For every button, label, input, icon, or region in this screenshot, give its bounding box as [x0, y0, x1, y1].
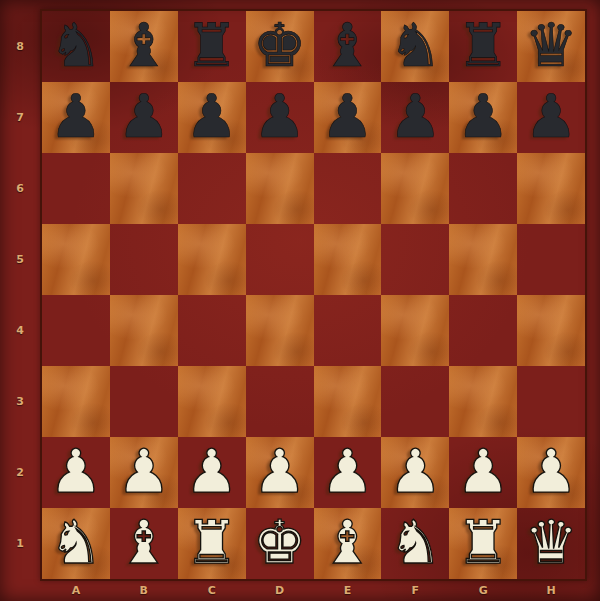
square-b1[interactable]: ♝ — [110, 508, 178, 579]
file-label-b: B — [110, 579, 178, 601]
piece-black-bishop[interactable]: ♝ — [117, 15, 171, 75]
square-g6[interactable] — [449, 153, 517, 224]
rank-label-4: 4 — [0, 295, 42, 366]
square-a6[interactable] — [42, 153, 110, 224]
file-label-e: E — [314, 579, 382, 601]
file-label-g: G — [449, 579, 517, 601]
square-a8[interactable]: ♞ — [42, 11, 110, 82]
square-b3[interactable] — [110, 366, 178, 437]
piece-white-rook[interactable]: ♜ — [185, 512, 239, 572]
square-a5[interactable] — [42, 224, 110, 295]
square-e7[interactable]: ♟ — [314, 82, 382, 153]
square-e6[interactable] — [314, 153, 382, 224]
square-c6[interactable] — [178, 153, 246, 224]
square-d1[interactable]: ♚ — [246, 508, 314, 579]
square-c2[interactable]: ♟ — [178, 437, 246, 508]
square-e4[interactable] — [314, 295, 382, 366]
square-h3[interactable] — [517, 366, 585, 437]
square-h5[interactable] — [517, 224, 585, 295]
square-f5[interactable] — [381, 224, 449, 295]
square-d2[interactable]: ♟ — [246, 437, 314, 508]
piece-white-king[interactable]: ♚ — [253, 512, 307, 572]
square-g3[interactable] — [449, 366, 517, 437]
square-e8[interactable]: ♝ — [314, 11, 382, 82]
chess-board: ♞♝♜♚♝♞♜♛♟♟♟♟♟♟♟♟♟♟♟♟♟♟♟♟♞♝♜♚♝♞♜♛ — [42, 11, 585, 579]
square-h6[interactable] — [517, 153, 585, 224]
piece-white-bishop[interactable]: ♝ — [321, 512, 375, 572]
square-e1[interactable]: ♝ — [314, 508, 382, 579]
square-a3[interactable] — [42, 366, 110, 437]
square-e5[interactable] — [314, 224, 382, 295]
piece-black-pawn[interactable]: ♟ — [185, 86, 239, 146]
piece-white-pawn[interactable]: ♟ — [388, 441, 442, 501]
square-c7[interactable]: ♟ — [178, 82, 246, 153]
square-c1[interactable]: ♜ — [178, 508, 246, 579]
square-g1[interactable]: ♜ — [449, 508, 517, 579]
square-a1[interactable]: ♞ — [42, 508, 110, 579]
square-h4[interactable] — [517, 295, 585, 366]
square-d6[interactable] — [246, 153, 314, 224]
piece-black-rook[interactable]: ♜ — [185, 15, 239, 75]
file-label-c: C — [178, 579, 246, 601]
file-labels: ABCDEFGH — [42, 579, 585, 601]
rank-label-1: 1 — [0, 508, 42, 579]
square-g7[interactable]: ♟ — [449, 82, 517, 153]
file-label-a: A — [42, 579, 110, 601]
piece-black-queen[interactable]: ♛ — [524, 15, 578, 75]
square-d3[interactable] — [246, 366, 314, 437]
board-frame: ♞♝♜♚♝♞♜♛♟♟♟♟♟♟♟♟♟♟♟♟♟♟♟♟♞♝♜♚♝♞♜♛ 8765432… — [0, 0, 600, 601]
square-b2[interactable]: ♟ — [110, 437, 178, 508]
piece-black-pawn[interactable]: ♟ — [456, 86, 510, 146]
rank-label-8: 8 — [0, 11, 42, 82]
piece-white-pawn[interactable]: ♟ — [524, 441, 578, 501]
piece-black-pawn[interactable]: ♟ — [388, 86, 442, 146]
square-f2[interactable]: ♟ — [381, 437, 449, 508]
piece-black-rook[interactable]: ♜ — [456, 15, 510, 75]
piece-black-pawn[interactable]: ♟ — [49, 86, 103, 146]
rank-label-7: 7 — [0, 82, 42, 153]
piece-white-queen[interactable]: ♛ — [524, 512, 578, 572]
rank-label-6: 6 — [0, 153, 42, 224]
file-label-f: F — [381, 579, 449, 601]
square-a4[interactable] — [42, 295, 110, 366]
square-e3[interactable] — [314, 366, 382, 437]
piece-white-pawn[interactable]: ♟ — [321, 441, 375, 501]
square-h7[interactable]: ♟ — [517, 82, 585, 153]
square-c5[interactable] — [178, 224, 246, 295]
piece-white-pawn[interactable]: ♟ — [253, 441, 307, 501]
square-g4[interactable] — [449, 295, 517, 366]
square-b6[interactable] — [110, 153, 178, 224]
square-h8[interactable]: ♛ — [517, 11, 585, 82]
piece-white-pawn[interactable]: ♟ — [185, 441, 239, 501]
square-a2[interactable]: ♟ — [42, 437, 110, 508]
square-g5[interactable] — [449, 224, 517, 295]
square-d8[interactable]: ♚ — [246, 11, 314, 82]
square-f6[interactable] — [381, 153, 449, 224]
piece-white-pawn[interactable]: ♟ — [117, 441, 171, 501]
square-b7[interactable]: ♟ — [110, 82, 178, 153]
square-a7[interactable]: ♟ — [42, 82, 110, 153]
square-e2[interactable]: ♟ — [314, 437, 382, 508]
piece-white-pawn[interactable]: ♟ — [456, 441, 510, 501]
rank-label-2: 2 — [0, 437, 42, 508]
piece-white-knight[interactable]: ♞ — [49, 512, 103, 572]
rank-label-3: 3 — [0, 366, 42, 437]
file-label-h: H — [517, 579, 585, 601]
square-f7[interactable]: ♟ — [381, 82, 449, 153]
square-d5[interactable] — [246, 224, 314, 295]
piece-black-pawn[interactable]: ♟ — [524, 86, 578, 146]
square-b5[interactable] — [110, 224, 178, 295]
square-f1[interactable]: ♞ — [381, 508, 449, 579]
piece-black-pawn[interactable]: ♟ — [253, 86, 307, 146]
square-d4[interactable] — [246, 295, 314, 366]
square-f3[interactable] — [381, 366, 449, 437]
piece-white-bishop[interactable]: ♝ — [117, 512, 171, 572]
square-c8[interactable]: ♜ — [178, 11, 246, 82]
rank-label-5: 5 — [0, 224, 42, 295]
piece-white-rook[interactable]: ♜ — [456, 512, 510, 572]
piece-white-pawn[interactable]: ♟ — [49, 441, 103, 501]
square-g2[interactable]: ♟ — [449, 437, 517, 508]
square-f8[interactable]: ♞ — [381, 11, 449, 82]
piece-black-pawn[interactable]: ♟ — [117, 86, 171, 146]
file-label-d: D — [246, 579, 314, 601]
square-f4[interactable] — [381, 295, 449, 366]
piece-black-king[interactable]: ♚ — [253, 15, 307, 75]
piece-black-bishop[interactable]: ♝ — [321, 15, 375, 75]
piece-black-knight[interactable]: ♞ — [49, 15, 103, 75]
square-c3[interactable] — [178, 366, 246, 437]
square-b8[interactable]: ♝ — [110, 11, 178, 82]
square-d7[interactable]: ♟ — [246, 82, 314, 153]
square-h1[interactable]: ♛ — [517, 508, 585, 579]
square-h2[interactable]: ♟ — [517, 437, 585, 508]
rank-labels: 87654321 — [0, 11, 42, 579]
square-c4[interactable] — [178, 295, 246, 366]
square-g8[interactable]: ♜ — [449, 11, 517, 82]
piece-black-pawn[interactable]: ♟ — [321, 86, 375, 146]
square-b4[interactable] — [110, 295, 178, 366]
piece-white-knight[interactable]: ♞ — [388, 512, 442, 572]
piece-black-knight[interactable]: ♞ — [388, 15, 442, 75]
